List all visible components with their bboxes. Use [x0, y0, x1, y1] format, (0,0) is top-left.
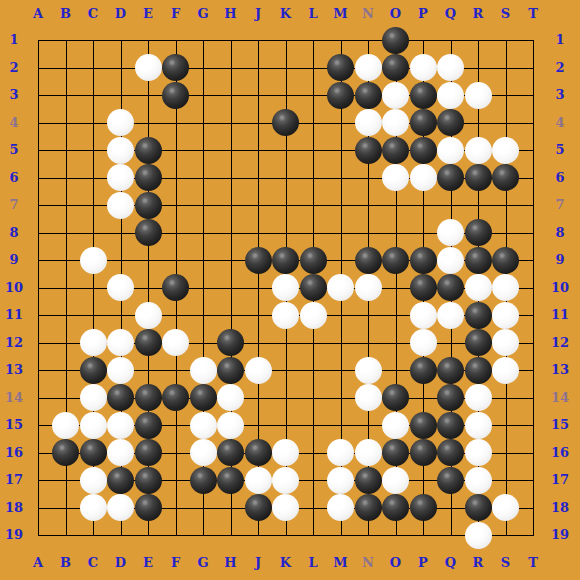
col-label-top-S: S: [492, 6, 520, 22]
col-label-top-R: R: [464, 6, 492, 22]
stone-black-N18: [355, 494, 382, 521]
col-label-top-J: J: [244, 6, 272, 22]
stone-black-Q17: [437, 467, 464, 494]
stone-white-S12: [492, 329, 519, 356]
col-label-top-K: K: [272, 6, 300, 22]
stone-white-D6: [107, 164, 134, 191]
stone-black-D14: [107, 384, 134, 411]
row-label-right-3: 3: [546, 87, 574, 103]
stone-white-J13: [245, 357, 272, 384]
col-label-bottom-N: N: [354, 555, 382, 571]
stone-white-R19: [465, 522, 492, 549]
stone-white-K11: [272, 302, 299, 329]
stone-black-H13: [217, 357, 244, 384]
stone-black-C16: [80, 439, 107, 466]
row-label-left-10: 10: [0, 280, 28, 296]
row-label-left-1: 1: [0, 32, 28, 48]
stone-black-J16: [245, 439, 272, 466]
stone-white-C14: [80, 384, 107, 411]
stone-white-O6: [382, 164, 409, 191]
row-label-left-9: 9: [0, 252, 28, 268]
stone-white-M16: [327, 439, 354, 466]
stone-black-R11: [465, 302, 492, 329]
stone-white-S18: [492, 494, 519, 521]
col-label-top-A: A: [24, 6, 52, 22]
stone-black-F14: [162, 384, 189, 411]
stone-white-D18: [107, 494, 134, 521]
stone-black-O9: [382, 247, 409, 274]
stone-white-R17: [465, 467, 492, 494]
col-label-bottom-P: P: [409, 555, 437, 571]
row-label-right-9: 9: [546, 252, 574, 268]
stone-black-D17: [107, 467, 134, 494]
row-label-left-14: 14: [0, 390, 28, 406]
row-label-right-10: 10: [546, 280, 574, 296]
stone-black-K4: [272, 109, 299, 136]
col-label-top-L: L: [299, 6, 327, 22]
stone-black-N3: [355, 82, 382, 109]
grid-line-horizontal: [38, 535, 534, 536]
stone-white-J17: [245, 467, 272, 494]
stone-white-E11: [135, 302, 162, 329]
stone-white-F12: [162, 329, 189, 356]
col-label-top-T: T: [519, 6, 547, 22]
stone-black-S9: [492, 247, 519, 274]
col-label-top-G: G: [189, 6, 217, 22]
stone-white-D10: [107, 274, 134, 301]
col-label-top-O: O: [382, 6, 410, 22]
grid-line-vertical: [533, 40, 534, 536]
stone-white-N16: [355, 439, 382, 466]
row-label-left-15: 15: [0, 417, 28, 433]
stone-white-D7: [107, 192, 134, 219]
stone-white-K10: [272, 274, 299, 301]
stone-black-Q13: [437, 357, 464, 384]
stone-white-E2: [135, 54, 162, 81]
stone-black-O18: [382, 494, 409, 521]
stone-white-H14: [217, 384, 244, 411]
stone-black-F3: [162, 82, 189, 109]
col-label-bottom-K: K: [272, 555, 300, 571]
stone-black-O1: [382, 27, 409, 54]
col-label-top-D: D: [107, 6, 135, 22]
stone-black-E12: [135, 329, 162, 356]
row-label-right-15: 15: [546, 417, 574, 433]
row-label-right-12: 12: [546, 335, 574, 351]
stone-black-P5: [410, 137, 437, 164]
col-label-bottom-E: E: [134, 555, 162, 571]
stone-white-K16: [272, 439, 299, 466]
stone-black-G17: [190, 467, 217, 494]
col-label-bottom-M: M: [327, 555, 355, 571]
stone-black-Q6: [437, 164, 464, 191]
stone-white-G13: [190, 357, 217, 384]
stone-black-Q10: [437, 274, 464, 301]
stone-white-R15: [465, 412, 492, 439]
stone-black-E14: [135, 384, 162, 411]
row-label-left-5: 5: [0, 142, 28, 158]
col-label-top-E: E: [134, 6, 162, 22]
stone-white-C15: [80, 412, 107, 439]
stone-black-E16: [135, 439, 162, 466]
stone-white-O15: [382, 412, 409, 439]
row-label-right-16: 16: [546, 445, 574, 461]
stone-black-L10: [300, 274, 327, 301]
row-label-left-4: 4: [0, 115, 28, 131]
row-label-right-6: 6: [546, 170, 574, 186]
stone-black-N9: [355, 247, 382, 274]
row-label-right-2: 2: [546, 60, 574, 76]
stone-black-R13: [465, 357, 492, 384]
stone-black-O16: [382, 439, 409, 466]
stone-black-E15: [135, 412, 162, 439]
stone-black-O2: [382, 54, 409, 81]
row-label-left-12: 12: [0, 335, 28, 351]
stone-black-B16: [52, 439, 79, 466]
col-label-top-B: B: [52, 6, 80, 22]
stone-white-Q5: [437, 137, 464, 164]
row-label-left-6: 6: [0, 170, 28, 186]
stone-white-Q3: [437, 82, 464, 109]
row-label-right-17: 17: [546, 472, 574, 488]
stone-black-P3: [410, 82, 437, 109]
stone-white-P2: [410, 54, 437, 81]
stone-black-H12: [217, 329, 244, 356]
stone-white-N10: [355, 274, 382, 301]
col-label-bottom-G: G: [189, 555, 217, 571]
stone-black-M3: [327, 82, 354, 109]
row-label-right-19: 19: [546, 527, 574, 543]
col-label-bottom-S: S: [492, 555, 520, 571]
stone-black-P18: [410, 494, 437, 521]
stone-white-O17: [382, 467, 409, 494]
col-label-bottom-T: T: [519, 555, 547, 571]
col-label-bottom-D: D: [107, 555, 135, 571]
stone-black-E8: [135, 219, 162, 246]
stone-black-R12: [465, 329, 492, 356]
stone-black-H16: [217, 439, 244, 466]
stone-white-C9: [80, 247, 107, 274]
stone-black-N5: [355, 137, 382, 164]
stone-black-E7: [135, 192, 162, 219]
stone-white-D15: [107, 412, 134, 439]
stone-black-H17: [217, 467, 244, 494]
stone-black-M2: [327, 54, 354, 81]
stone-white-R3: [465, 82, 492, 109]
stone-black-P15: [410, 412, 437, 439]
col-label-top-F: F: [162, 6, 190, 22]
stone-black-E5: [135, 137, 162, 164]
row-label-left-18: 18: [0, 500, 28, 516]
stone-white-G15: [190, 412, 217, 439]
stone-white-M10: [327, 274, 354, 301]
stone-black-Q4: [437, 109, 464, 136]
row-label-left-11: 11: [0, 307, 28, 323]
row-label-right-8: 8: [546, 225, 574, 241]
stone-white-C17: [80, 467, 107, 494]
stone-black-P9: [410, 247, 437, 274]
row-label-left-16: 16: [0, 445, 28, 461]
stone-white-D5: [107, 137, 134, 164]
row-label-right-7: 7: [546, 197, 574, 213]
stone-black-R6: [465, 164, 492, 191]
stone-black-J18: [245, 494, 272, 521]
stone-white-S13: [492, 357, 519, 384]
stone-white-P11: [410, 302, 437, 329]
stone-white-P12: [410, 329, 437, 356]
stone-black-G14: [190, 384, 217, 411]
stone-white-C12: [80, 329, 107, 356]
stone-black-S6: [492, 164, 519, 191]
col-label-top-N: N: [354, 6, 382, 22]
stone-white-O4: [382, 109, 409, 136]
stone-white-D12: [107, 329, 134, 356]
col-label-bottom-H: H: [217, 555, 245, 571]
stone-white-N13: [355, 357, 382, 384]
col-label-bottom-C: C: [79, 555, 107, 571]
stone-white-Q11: [437, 302, 464, 329]
row-label-left-7: 7: [0, 197, 28, 213]
stone-black-P13: [410, 357, 437, 384]
col-label-top-M: M: [327, 6, 355, 22]
row-label-right-1: 1: [546, 32, 574, 48]
col-label-bottom-J: J: [244, 555, 272, 571]
row-label-left-3: 3: [0, 87, 28, 103]
stone-black-K9: [272, 247, 299, 274]
stone-white-Q8: [437, 219, 464, 246]
stone-white-O3: [382, 82, 409, 109]
stone-black-P10: [410, 274, 437, 301]
stone-white-D4: [107, 109, 134, 136]
stone-white-D16: [107, 439, 134, 466]
stone-white-C18: [80, 494, 107, 521]
col-label-bottom-Q: Q: [437, 555, 465, 571]
stone-white-N14: [355, 384, 382, 411]
stone-white-S10: [492, 274, 519, 301]
stone-white-R10: [465, 274, 492, 301]
stone-white-B15: [52, 412, 79, 439]
row-label-left-13: 13: [0, 362, 28, 378]
row-label-left-8: 8: [0, 225, 28, 241]
col-label-top-C: C: [79, 6, 107, 22]
col-label-bottom-R: R: [464, 555, 492, 571]
stone-black-N17: [355, 467, 382, 494]
row-label-left-19: 19: [0, 527, 28, 543]
col-label-top-H: H: [217, 6, 245, 22]
stone-white-M17: [327, 467, 354, 494]
stone-white-Q2: [437, 54, 464, 81]
stone-white-D13: [107, 357, 134, 384]
go-board[interactable]: AABBCCDDEEFFGGHHJJKKLLMMNNOOPPQQRRSSTT11…: [0, 0, 580, 580]
stone-white-N4: [355, 109, 382, 136]
stone-white-Q9: [437, 247, 464, 274]
stone-black-Q15: [437, 412, 464, 439]
col-label-top-P: P: [409, 6, 437, 22]
stone-black-R18: [465, 494, 492, 521]
stone-black-R9: [465, 247, 492, 274]
row-label-left-17: 17: [0, 472, 28, 488]
stone-white-K17: [272, 467, 299, 494]
stone-black-O14: [382, 384, 409, 411]
stone-white-L11: [300, 302, 327, 329]
col-label-bottom-F: F: [162, 555, 190, 571]
stone-white-K18: [272, 494, 299, 521]
row-label-right-14: 14: [546, 390, 574, 406]
stone-black-F2: [162, 54, 189, 81]
row-label-right-18: 18: [546, 500, 574, 516]
stone-black-E18: [135, 494, 162, 521]
col-label-top-Q: Q: [437, 6, 465, 22]
stone-black-Q14: [437, 384, 464, 411]
stone-black-P16: [410, 439, 437, 466]
col-label-bottom-B: B: [52, 555, 80, 571]
col-label-bottom-O: O: [382, 555, 410, 571]
stone-white-S11: [492, 302, 519, 329]
stone-white-M18: [327, 494, 354, 521]
stone-black-R8: [465, 219, 492, 246]
stone-black-C13: [80, 357, 107, 384]
stone-white-S5: [492, 137, 519, 164]
stone-white-R16: [465, 439, 492, 466]
stone-black-E6: [135, 164, 162, 191]
stone-black-P4: [410, 109, 437, 136]
row-label-right-11: 11: [546, 307, 574, 323]
row-label-right-13: 13: [546, 362, 574, 378]
col-label-bottom-A: A: [24, 555, 52, 571]
row-label-right-4: 4: [546, 115, 574, 131]
row-label-left-2: 2: [0, 60, 28, 76]
stone-white-N2: [355, 54, 382, 81]
stone-white-R5: [465, 137, 492, 164]
stone-white-G16: [190, 439, 217, 466]
stone-white-R14: [465, 384, 492, 411]
stone-black-L9: [300, 247, 327, 274]
stone-black-O5: [382, 137, 409, 164]
stone-white-H15: [217, 412, 244, 439]
stone-black-F10: [162, 274, 189, 301]
stone-black-J9: [245, 247, 272, 274]
stone-black-Q16: [437, 439, 464, 466]
row-label-right-5: 5: [546, 142, 574, 158]
col-label-bottom-L: L: [299, 555, 327, 571]
stone-black-E17: [135, 467, 162, 494]
stone-white-P6: [410, 164, 437, 191]
